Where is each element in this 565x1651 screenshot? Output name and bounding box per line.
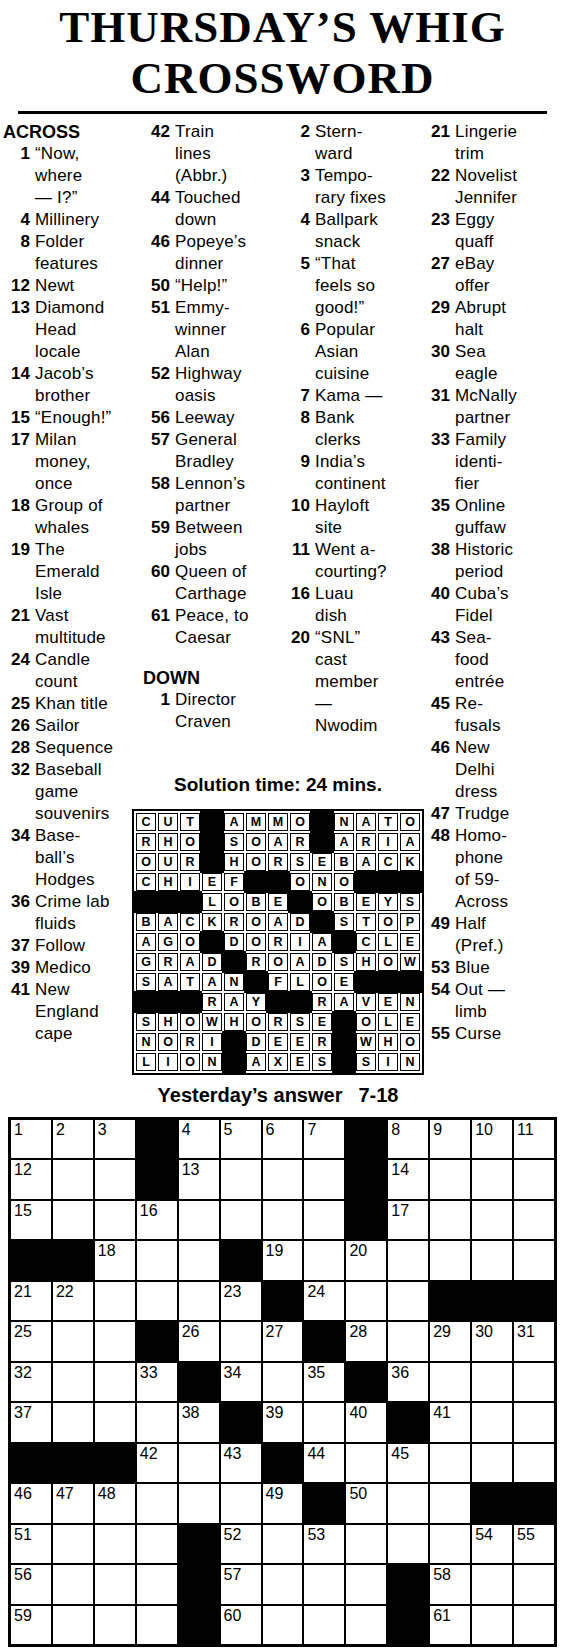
grid-cell[interactable]: 5 xyxy=(220,1119,262,1159)
grid-cell[interactable]: 14 xyxy=(387,1159,429,1199)
grid-cell[interactable] xyxy=(303,1402,345,1442)
clue-number: 50 xyxy=(140,275,170,297)
answer-cell: S xyxy=(356,1053,376,1071)
clue-number: 4 xyxy=(280,209,310,253)
grid-cell[interactable]: 39 xyxy=(262,1402,304,1442)
grid-cell[interactable] xyxy=(220,1200,262,1240)
clue-item: 46Popeye’s dinner xyxy=(140,231,280,275)
clue-item: 34Base- ball’s Hodges xyxy=(0,825,140,891)
grid-cell[interactable] xyxy=(178,1281,220,1321)
answer-cell: O xyxy=(290,813,310,831)
clue-number: 31 xyxy=(420,385,450,429)
grid-cell[interactable]: 41 xyxy=(429,1402,471,1442)
clue-item: 11Went a- courting? xyxy=(280,539,420,583)
answer-cell: O xyxy=(400,1033,420,1051)
answer-cell: O xyxy=(400,813,420,831)
grid-cell[interactable]: 45 xyxy=(387,1443,429,1483)
solution-time: Solution time: 24 mins. xyxy=(132,774,424,796)
clue-text: India’s continent xyxy=(315,451,386,495)
answer-cell: C xyxy=(180,913,200,931)
answer-cell: O xyxy=(290,873,310,891)
grid-cell[interactable] xyxy=(471,1200,513,1240)
grid-cell[interactable] xyxy=(345,1524,387,1564)
clue-section: 21Lingerie trim22Novelist Jennifer23Eggy… xyxy=(420,121,565,1045)
grid-cell[interactable] xyxy=(94,1402,136,1442)
answer-cell: C xyxy=(136,873,156,891)
grid-cell[interactable] xyxy=(94,1281,136,1321)
grid-cell[interactable]: 56 xyxy=(10,1564,52,1604)
clue-text: Folder features xyxy=(35,231,98,275)
answer-cell: U xyxy=(158,813,178,831)
grid-cell[interactable]: 13 xyxy=(178,1159,220,1199)
clue-number: 2 xyxy=(280,121,310,165)
clue-item: 46New Delhi dress xyxy=(420,737,565,803)
clue-text: Curse xyxy=(455,1023,501,1045)
answer-cell: O xyxy=(356,1013,376,1031)
answer-cell: R xyxy=(158,953,178,971)
grid-cell[interactable] xyxy=(136,1605,178,1645)
grid-black-cell xyxy=(387,1605,429,1645)
clue-text: Vast multitude xyxy=(35,605,106,649)
clue-section: 42Train lines (Abbr.)44Touched down46Pop… xyxy=(140,121,280,649)
grid-cell[interactable]: 19 xyxy=(262,1240,304,1280)
clue-number: 61 xyxy=(140,605,170,649)
clue-number: 43 xyxy=(420,627,450,693)
clue-number: 24 xyxy=(0,649,30,693)
grid-cell[interactable] xyxy=(471,1240,513,1280)
clue-list-header: ACROSS xyxy=(0,121,140,143)
clue-item: 40Cuba’s Fidel xyxy=(420,583,565,627)
grid-cell[interactable] xyxy=(429,1159,471,1199)
grid-cell[interactable]: 22 xyxy=(52,1281,94,1321)
grid-cell[interactable] xyxy=(345,1443,387,1483)
clue-item: 60Queen of Carthage xyxy=(140,561,280,605)
cell-number: 24 xyxy=(307,1282,325,1301)
answer-cell: R xyxy=(268,853,288,871)
grid-cell[interactable] xyxy=(429,1240,471,1280)
clue-number: 16 xyxy=(280,583,310,627)
clue-number: 9 xyxy=(280,451,310,495)
grid-cell[interactable]: 58 xyxy=(429,1564,471,1604)
clue-text: Popular Asian cuisine xyxy=(315,319,375,385)
clue-item: 36Crime lab fluids xyxy=(0,891,140,935)
grid-cell[interactable]: 26 xyxy=(178,1321,220,1361)
grid-cell[interactable]: 37 xyxy=(10,1402,52,1442)
grid-cell[interactable]: 7 xyxy=(303,1119,345,1159)
answer-cell: A xyxy=(334,993,354,1011)
clue-item: 43Sea- food entrée xyxy=(420,627,565,693)
grid-cell[interactable] xyxy=(262,1159,304,1199)
grid-cell[interactable] xyxy=(220,1159,262,1199)
clue-number: 10 xyxy=(280,495,310,539)
grid-cell[interactable] xyxy=(387,1483,429,1523)
grid-cell[interactable] xyxy=(136,1402,178,1442)
answer-cell: O xyxy=(246,1013,266,1031)
grid-cell[interactable]: 38 xyxy=(178,1402,220,1442)
grid-cell[interactable] xyxy=(387,1321,429,1361)
grid-cell[interactable]: 50 xyxy=(345,1483,387,1523)
grid-cell[interactable] xyxy=(471,1443,513,1483)
clue-text: Base- ball’s Hodges xyxy=(35,825,95,891)
grid-cell[interactable] xyxy=(94,1564,136,1604)
cell-number: 30 xyxy=(475,1322,493,1341)
grid-cell[interactable] xyxy=(429,1443,471,1483)
grid-cell[interactable] xyxy=(262,1200,304,1240)
grid-cell[interactable] xyxy=(513,1362,555,1402)
grid-cell[interactable]: 53 xyxy=(303,1524,345,1564)
cell-number: 10 xyxy=(475,1120,493,1139)
clue-item: 56Leeway xyxy=(140,407,280,429)
answer-cell: A xyxy=(224,813,244,831)
answer-cell: O xyxy=(334,873,354,891)
grid-cell[interactable]: 46 xyxy=(10,1483,52,1523)
grid-cell[interactable] xyxy=(513,1443,555,1483)
grid-cell[interactable]: 23 xyxy=(220,1281,262,1321)
clue-number: 58 xyxy=(140,473,170,517)
answer-cell: R xyxy=(312,993,332,1011)
clue-text: Tempo- rary fixes xyxy=(315,165,386,209)
clue-number: 37 xyxy=(0,935,30,957)
grid-cell[interactable] xyxy=(94,1200,136,1240)
answer-cell: O xyxy=(180,933,200,951)
grid-cell[interactable] xyxy=(513,1200,555,1240)
clue-text: Touched down xyxy=(175,187,241,231)
cell-number: 16 xyxy=(140,1201,158,1220)
grid-cell[interactable]: 29 xyxy=(429,1321,471,1361)
grid-cell[interactable]: 61 xyxy=(429,1605,471,1645)
grid-cell[interactable] xyxy=(513,1605,555,1645)
clue-item: 51Emmy- winner Alan xyxy=(140,297,280,363)
grid-cell[interactable] xyxy=(429,1483,471,1523)
grid-cell[interactable]: 40 xyxy=(345,1402,387,1442)
grid-cell[interactable]: 17 xyxy=(387,1200,429,1240)
grid-cell[interactable] xyxy=(387,1240,429,1280)
grid-cell[interactable] xyxy=(220,1483,262,1523)
grid-cell[interactable] xyxy=(429,1362,471,1402)
grid-cell[interactable]: 25 xyxy=(10,1321,52,1361)
grid-cell[interactable] xyxy=(262,1605,304,1645)
grid-cell[interactable] xyxy=(178,1200,220,1240)
cell-number: 25 xyxy=(14,1322,32,1341)
answer-cell: I xyxy=(378,833,398,851)
cell-number: 49 xyxy=(266,1484,284,1503)
answer-cell: E xyxy=(334,973,354,991)
clue-text: Baseball game souvenirs xyxy=(35,759,110,825)
clue-text: Group of whales xyxy=(35,495,103,539)
grid-cell[interactable]: 1 xyxy=(10,1119,52,1159)
clue-item: 31McNally partner xyxy=(420,385,565,429)
grid-cell[interactable]: 44 xyxy=(303,1443,345,1483)
clue-text: Stern- ward xyxy=(315,121,363,165)
grid-cell[interactable] xyxy=(136,1240,178,1280)
cell-number: 57 xyxy=(224,1565,242,1584)
grid-cell[interactable]: 49 xyxy=(262,1483,304,1523)
grid-cell[interactable]: 2 xyxy=(52,1119,94,1159)
answer-cell: M xyxy=(268,813,288,831)
cell-number: 38 xyxy=(182,1403,200,1422)
cell-number: 5 xyxy=(224,1120,233,1139)
cell-number: 51 xyxy=(14,1525,32,1544)
grid-cell[interactable] xyxy=(429,1200,471,1240)
clue-number: 12 xyxy=(0,275,30,297)
grid-cell[interactable]: 36 xyxy=(387,1362,429,1402)
answer-cell: I xyxy=(202,1033,222,1051)
clue-number: 14 xyxy=(0,363,30,407)
clue-text: Follow xyxy=(35,935,85,957)
grid-cell[interactable] xyxy=(345,1564,387,1604)
grid-cell[interactable]: 33 xyxy=(136,1362,178,1402)
grid-cell[interactable]: 18 xyxy=(94,1240,136,1280)
answer-cell: I xyxy=(158,1053,178,1071)
grid-cell[interactable] xyxy=(178,1240,220,1280)
grid-cell[interactable]: 59 xyxy=(10,1605,52,1645)
answer-black-cell xyxy=(202,853,222,871)
grid-black-cell xyxy=(387,1564,429,1604)
grid-cell[interactable] xyxy=(52,1402,94,1442)
grid-black-cell xyxy=(303,1483,345,1523)
grid-cell[interactable] xyxy=(52,1524,94,1564)
answer-cell: D xyxy=(202,953,222,971)
crossword-page: THURSDAY’S WHIG CROSSWORD ACROSS1“Now, w… xyxy=(0,0,565,1651)
grid-cell[interactable] xyxy=(262,1524,304,1564)
answer-cell: X xyxy=(268,1053,288,1071)
clue-text: Out — limb xyxy=(455,979,505,1023)
grid-cell[interactable]: 6 xyxy=(262,1119,304,1159)
grid-cell[interactable]: 12 xyxy=(10,1159,52,1199)
clue-item: 24Candle count xyxy=(0,649,140,693)
clue-item: 21Lingerie trim xyxy=(420,121,565,165)
grid-cell[interactable] xyxy=(136,1483,178,1523)
grid-cell[interactable]: 32 xyxy=(10,1362,52,1402)
clue-number: 20 xyxy=(280,627,310,737)
clue-text: Medico xyxy=(35,957,91,979)
grid-black-cell xyxy=(429,1281,471,1321)
grid-cell[interactable]: 31 xyxy=(513,1321,555,1361)
answer-black-cell xyxy=(334,1013,354,1031)
grid-cell[interactable] xyxy=(94,1159,136,1199)
grid-cell[interactable] xyxy=(52,1362,94,1402)
grid-cell[interactable] xyxy=(513,1402,555,1442)
cell-number: 58 xyxy=(433,1565,451,1584)
cell-number: 43 xyxy=(224,1444,242,1463)
clue-item: 26Sailor xyxy=(0,715,140,737)
grid-cell[interactable]: 4 xyxy=(178,1119,220,1159)
answer-cell: L xyxy=(202,893,222,911)
answer-cell: A xyxy=(224,993,244,1011)
grid-black-cell xyxy=(52,1240,94,1280)
clue-item: 42Train lines (Abbr.) xyxy=(140,121,280,187)
answer-black-cell xyxy=(290,993,310,1011)
grid-cell[interactable] xyxy=(220,1321,262,1361)
grid-cell[interactable] xyxy=(52,1200,94,1240)
grid-cell[interactable] xyxy=(94,1605,136,1645)
grid-cell[interactable]: 52 xyxy=(220,1524,262,1564)
answer-cell: A xyxy=(290,953,310,971)
clue-number: 18 xyxy=(0,495,30,539)
clue-item: 1“Now, where — I?” xyxy=(0,143,140,209)
grid-cell[interactable] xyxy=(471,1159,513,1199)
clue-item: 15“Enough!” xyxy=(0,407,140,429)
clue-text: Trudge xyxy=(455,803,509,825)
clue-number: 8 xyxy=(0,231,30,275)
grid-cell[interactable]: 47 xyxy=(52,1483,94,1523)
grid-cell[interactable] xyxy=(94,1362,136,1402)
cell-number: 54 xyxy=(475,1525,493,1544)
cell-number: 9 xyxy=(433,1120,442,1139)
cell-number: 4 xyxy=(182,1120,191,1139)
grid-cell[interactable] xyxy=(471,1564,513,1604)
cell-number: 19 xyxy=(266,1241,284,1260)
answer-black-cell xyxy=(400,873,420,891)
cell-number: 31 xyxy=(517,1322,535,1341)
grid-cell[interactable]: 35 xyxy=(303,1362,345,1402)
grid-cell[interactable] xyxy=(303,1240,345,1280)
grid-cell[interactable] xyxy=(387,1524,429,1564)
grid-cell[interactable] xyxy=(513,1159,555,1199)
grid-cell[interactable] xyxy=(387,1281,429,1321)
grid-black-cell xyxy=(10,1240,52,1280)
grid-cell[interactable]: 42 xyxy=(136,1443,178,1483)
clue-number: 7 xyxy=(280,385,310,407)
cell-number: 45 xyxy=(391,1444,409,1463)
answer-cell: N xyxy=(400,1053,420,1071)
cell-number: 21 xyxy=(14,1282,32,1301)
clue-text: Peace, to Caesar xyxy=(175,605,249,649)
clue-text: Leeway xyxy=(175,407,235,429)
answer-cell: T xyxy=(378,813,398,831)
grid-cell[interactable] xyxy=(136,1281,178,1321)
clue-item: 58Lennon’s partner xyxy=(140,473,280,517)
clue-text: Half (Pref.) xyxy=(455,913,504,957)
grid-cell[interactable]: 20 xyxy=(345,1240,387,1280)
grid-cell[interactable]: 11 xyxy=(513,1119,555,1159)
grid-black-cell xyxy=(94,1443,136,1483)
grid-cell[interactable] xyxy=(303,1159,345,1199)
grid-cell[interactable] xyxy=(52,1159,94,1199)
grid-cell[interactable] xyxy=(178,1483,220,1523)
grid-cell[interactable] xyxy=(52,1605,94,1645)
grid-cell[interactable] xyxy=(345,1605,387,1645)
cell-number: 26 xyxy=(182,1322,200,1341)
clue-item: 44Touched down xyxy=(140,187,280,231)
grid-cell[interactable] xyxy=(471,1605,513,1645)
grid-cell[interactable]: 9 xyxy=(429,1119,471,1159)
cell-number: 37 xyxy=(14,1403,32,1422)
grid-cell[interactable] xyxy=(262,1362,304,1402)
clue-number: 52 xyxy=(140,363,170,407)
grid-cell[interactable]: 54 xyxy=(471,1524,513,1564)
grid-cell[interactable] xyxy=(178,1443,220,1483)
grid-cell[interactable] xyxy=(513,1240,555,1280)
grid-cell[interactable] xyxy=(303,1605,345,1645)
clue-item: 1Director Craven xyxy=(140,689,280,733)
clue-text: “Now, where — I?” xyxy=(35,143,82,209)
clue-number: 8 xyxy=(280,407,310,451)
grid-cell[interactable] xyxy=(136,1524,178,1564)
grid-cell[interactable] xyxy=(52,1321,94,1361)
clue-number: 25 xyxy=(0,693,30,715)
grid-cell[interactable]: 24 xyxy=(303,1281,345,1321)
answer-cell: A xyxy=(268,913,288,931)
grid-cell[interactable]: 34 xyxy=(220,1362,262,1402)
clue-item: 35Online guffaw xyxy=(420,495,565,539)
cell-number: 32 xyxy=(14,1363,32,1382)
grid-cell[interactable] xyxy=(52,1564,94,1604)
grid-cell[interactable] xyxy=(94,1524,136,1564)
clue-number: 55 xyxy=(420,1023,450,1045)
answer-black-cell xyxy=(268,993,288,1011)
clue-text: Sailor xyxy=(35,715,80,737)
grid-cell[interactable]: 60 xyxy=(220,1605,262,1645)
grid-cell[interactable] xyxy=(429,1524,471,1564)
grid-cell[interactable]: 16 xyxy=(136,1200,178,1240)
grid-cell[interactable] xyxy=(94,1321,136,1361)
page-title: THURSDAY’S WHIG CROSSWORD xyxy=(0,2,565,104)
grid-cell[interactable]: 43 xyxy=(220,1443,262,1483)
clue-number: 22 xyxy=(420,165,450,209)
grid-cell[interactable] xyxy=(303,1200,345,1240)
cell-number: 52 xyxy=(224,1525,242,1544)
grid-cell[interactable] xyxy=(471,1402,513,1442)
clue-number: 19 xyxy=(0,539,30,605)
cell-number: 29 xyxy=(433,1322,451,1341)
grid-cell[interactable]: 30 xyxy=(471,1321,513,1361)
grid-cell[interactable]: 28 xyxy=(345,1321,387,1361)
answer-cell: A xyxy=(246,1053,266,1071)
grid-cell[interactable]: 55 xyxy=(513,1524,555,1564)
grid-cell[interactable]: 27 xyxy=(262,1321,304,1361)
clue-number: 1 xyxy=(0,143,30,209)
clue-text: Candle count xyxy=(35,649,90,693)
grid-cell[interactable] xyxy=(345,1281,387,1321)
grid-cell[interactable]: 21 xyxy=(10,1281,52,1321)
cell-number: 48 xyxy=(98,1484,116,1503)
grid-cell[interactable] xyxy=(136,1564,178,1604)
grid-cell[interactable]: 8 xyxy=(387,1119,429,1159)
answer-cell: A xyxy=(136,933,156,951)
yesterday-caption-text: Yesterday’s answer xyxy=(158,1084,343,1106)
grid-black-cell xyxy=(136,1321,178,1361)
cell-number: 42 xyxy=(140,1444,158,1463)
grid-cell[interactable] xyxy=(262,1564,304,1604)
clue-text: “Help!” xyxy=(175,275,227,297)
yesterday-caption: Yesterday’s answer7-18 xyxy=(132,1084,424,1107)
grid-cell[interactable]: 15 xyxy=(10,1200,52,1240)
clue-text: Crime lab fluids xyxy=(35,891,110,935)
answer-cell: O xyxy=(268,953,288,971)
grid-black-cell xyxy=(513,1483,555,1523)
answer-black-cell xyxy=(180,993,200,1011)
grid-cell[interactable]: 57 xyxy=(220,1564,262,1604)
cell-number: 22 xyxy=(56,1282,74,1301)
grid-cell[interactable] xyxy=(303,1564,345,1604)
clue-item: 49Half (Pref.) xyxy=(420,913,565,957)
grid-cell[interactable]: 51 xyxy=(10,1524,52,1564)
grid-cell[interactable]: 3 xyxy=(94,1119,136,1159)
grid-cell[interactable]: 10 xyxy=(471,1119,513,1159)
answer-cell: S xyxy=(334,953,354,971)
clue-item: 52Highway oasis xyxy=(140,363,280,407)
clue-number: 53 xyxy=(420,957,450,979)
answer-cell: S xyxy=(224,833,244,851)
clue-number: 13 xyxy=(0,297,30,363)
answer-cell: V xyxy=(356,993,376,1011)
grid-black-cell xyxy=(471,1281,513,1321)
grid-cell[interactable] xyxy=(513,1564,555,1604)
answer-cell: K xyxy=(400,853,420,871)
grid-cell[interactable] xyxy=(471,1362,513,1402)
grid-cell[interactable]: 48 xyxy=(94,1483,136,1523)
